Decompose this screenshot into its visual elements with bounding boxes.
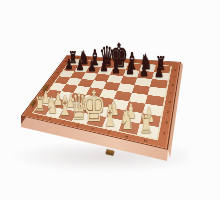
piece-black-pawn-b7[interactable]: ♟	[76, 58, 84, 73]
piece-black-pawn-e7[interactable]: ♟	[112, 60, 121, 76]
piece-white-rook-h1[interactable]: ♜	[139, 112, 153, 137]
piece-white-knight-g1[interactable]: ♞	[120, 106, 135, 134]
product-photo-chess-set: aa88bb77cc66dd55ee44ff33gg22hh11 ♜♞♝♛♚♝♞…	[0, 0, 220, 200]
piece-black-pawn-f7[interactable]: ♟	[125, 61, 134, 77]
piece-black-pawn-c7[interactable]: ♟	[87, 58, 95, 73]
piece-black-pawn-g7[interactable]: ♟	[139, 62, 148, 79]
piece-black-pawn-a7[interactable]: ♟	[65, 57, 73, 71]
pieces-layer: ♜♞♝♛♚♝♞♜♟♟♟♟♟♟♟♟♟♟♟♟♟♟♟♟♜♞♝♛♚♝♞♜	[0, 0, 220, 200]
piece-black-pawn-d7[interactable]: ♟	[99, 59, 108, 75]
piece-black-pawn-h7[interactable]: ♟	[154, 63, 164, 80]
piece-white-bishop-f1[interactable]: ♝	[102, 100, 119, 130]
piece-white-rook-a1[interactable]: ♜	[34, 94, 45, 114]
